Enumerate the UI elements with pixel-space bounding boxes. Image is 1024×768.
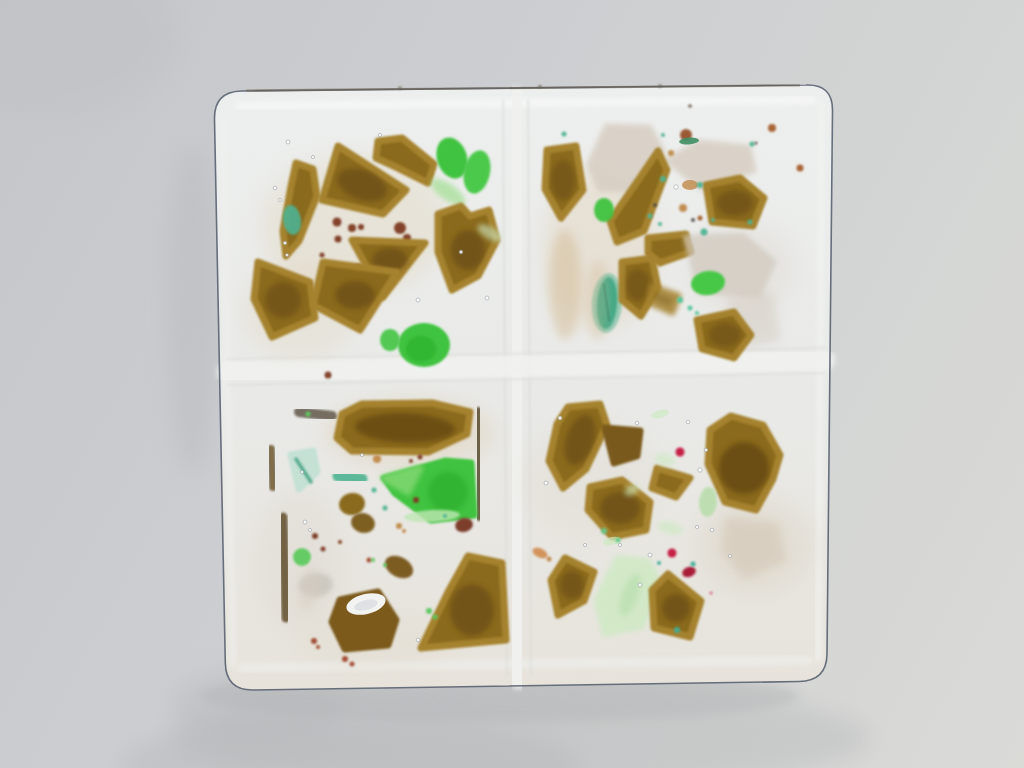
air-bubble <box>635 421 639 425</box>
inner-gloss-band <box>818 106 822 658</box>
green-speckles-bl-dot <box>371 558 375 562</box>
amber-dots-tr-dot <box>679 204 687 212</box>
air-bubble <box>311 155 314 158</box>
air-bubble <box>360 453 363 456</box>
maroon-speckles-bl-dot <box>338 540 342 544</box>
teal-dots-br-dot <box>674 627 680 633</box>
air-bubble <box>308 528 311 531</box>
brown-core-tl-left <box>265 282 301 318</box>
teal-dots-tr-dot <box>748 220 753 225</box>
air-bubble <box>648 553 652 557</box>
background-vignette-top-left <box>0 0 180 120</box>
air-bubble <box>698 468 702 472</box>
maroon-speckle-cluster-tl-dot <box>325 372 332 379</box>
green-dot-on-capsule-bl <box>306 412 311 417</box>
orange-red-speckles-bl-dot <box>350 662 355 667</box>
green-dots-br-dot <box>616 538 621 543</box>
brown-rod-bl-left1 <box>271 449 273 487</box>
rust-dots-tr-dot <box>768 124 776 132</box>
rust-dots-tr-dot <box>797 165 804 172</box>
maroon-speckles-bl-dot <box>321 547 326 552</box>
green-dots-tr-bottom-dot <box>695 311 699 315</box>
air-bubble <box>674 185 678 189</box>
fused-glass-plate-photo <box>0 0 1024 768</box>
maroon-speckles-bl-dot <box>312 533 318 539</box>
air-bubble <box>300 470 303 473</box>
brown-glass-tooth-br <box>605 428 640 463</box>
amber-speckles-bl-dot <box>373 455 381 463</box>
brown-rod-bl-right <box>478 412 479 516</box>
teal-speckles-bl-dot <box>372 488 377 493</box>
maroon-speckle-cluster-tl-dot <box>394 222 406 234</box>
teal-speckles-bl-dot <box>383 506 388 511</box>
green-dots-tr-bottom-dot <box>688 306 693 311</box>
teal-dots-tr-dot <box>648 214 653 219</box>
teal-dots-br-dot <box>691 562 696 567</box>
brown-core-tr-wedge <box>626 269 650 301</box>
amber-dots-tr-dot <box>668 150 674 156</box>
green-dot-on-capsule-bl-dot <box>306 412 311 417</box>
amber-speckles-bl-dot <box>402 529 406 533</box>
orange-red-speckles-bl-dot <box>316 645 320 649</box>
brown-core-br-bl <box>560 571 584 599</box>
air-bubble <box>459 250 463 254</box>
amber-dot-br <box>547 557 552 562</box>
dark-specks-tr-dot <box>653 203 657 207</box>
divider-ridge <box>515 98 519 678</box>
teal-dots-br-dot <box>657 561 661 565</box>
maroon-speckles-bl-dot <box>418 455 423 460</box>
brown-core-bl-big <box>450 584 494 636</box>
dark-specks-tr-dot <box>755 142 758 145</box>
teal-capsule-bl <box>338 476 362 479</box>
green-wedge-core-bl <box>428 472 468 512</box>
green-dots-br-dot <box>601 528 607 534</box>
maroon-speckles-bl-dot <box>409 459 413 463</box>
green-dots-tr-bottom-dot <box>677 297 683 303</box>
brown-core-tr-left <box>551 160 575 200</box>
air-bubble <box>285 253 288 256</box>
maroon-speckle-cluster-tl-dot <box>348 224 356 232</box>
crimson-dots-br-dot <box>668 549 677 558</box>
teal-dots-tr-dot <box>660 176 666 182</box>
air-bubble <box>710 528 714 532</box>
air-bubble <box>638 583 642 587</box>
teal-dots-tr-dot <box>697 182 703 188</box>
divider-ridge <box>228 360 824 372</box>
dark-specks-tr-dot <box>691 218 695 222</box>
teal-speckles-bl-dot <box>443 514 447 518</box>
brown-core-tr-right <box>717 190 753 216</box>
brown-core-tl-heart <box>451 230 485 270</box>
orange-red-speckles-bl-dot <box>311 638 317 644</box>
brown-core-br-wedge <box>662 594 690 622</box>
air-bubble <box>485 296 489 300</box>
teal-dots-tr-dot <box>711 218 715 222</box>
air-bubble <box>378 133 381 136</box>
air-bubble <box>416 638 420 642</box>
plate-shadow-left <box>167 145 219 475</box>
pink-dot-br-dot <box>709 591 713 595</box>
orange-red-speckles-bl-dot <box>342 656 348 662</box>
air-bubble <box>416 298 420 302</box>
green-speckles-bl-dot <box>426 608 432 614</box>
green-dot-bl-dot <box>293 548 311 566</box>
pink-dot-br <box>709 591 713 595</box>
brown-core-br-center <box>600 492 640 524</box>
rim-dirt-dots-dot <box>688 104 692 108</box>
brown-core-br-mass <box>719 442 769 494</box>
teal-dots-tr-dot <box>701 229 708 236</box>
air-bubble <box>286 140 290 144</box>
amber-dot-br-dot <box>547 557 552 562</box>
teal-dots-tr-dot <box>661 133 665 137</box>
air-bubble <box>686 420 690 424</box>
air-bubble <box>303 520 307 524</box>
green-dot-bl <box>293 548 311 566</box>
air-bubble <box>273 186 277 190</box>
air-bubble <box>278 198 281 201</box>
brown-core-tr-bottom <box>709 323 741 347</box>
green-glass-dot-tr <box>594 198 614 222</box>
air-bubble <box>544 481 548 485</box>
orange-red-speckles-bl-dot <box>367 558 372 563</box>
air-bubble <box>618 543 621 546</box>
air-bubble <box>558 416 562 420</box>
brown-core-tl-bottom <box>335 281 375 309</box>
tan-strip-tr-2 <box>586 260 610 340</box>
air-bubble <box>728 554 731 557</box>
rust-dots-tr-dot <box>698 216 703 221</box>
tan-strip-tr-1 <box>549 230 581 340</box>
green-glass-dot-tl <box>380 329 400 351</box>
air-bubble <box>704 448 708 452</box>
maroon-speckle-cluster-tl-dot <box>335 236 342 243</box>
air-bubble <box>583 543 586 546</box>
amber-blob-tr <box>682 180 698 190</box>
maroon-speckle-cluster-tl-dot <box>333 218 342 227</box>
brown-rod-bl-left2 <box>283 517 286 618</box>
air-bubble <box>283 241 287 245</box>
teal-dots-tr-dot <box>658 222 662 226</box>
green-speckles-bl-dot <box>433 615 438 620</box>
maroon-speckle-cluster-tl-dot <box>358 224 364 230</box>
photo-scene <box>0 0 1024 768</box>
crimson-dots-br-dot <box>676 448 685 457</box>
green-blob-core-tl <box>406 336 436 362</box>
green-speckles-bl-dot <box>383 563 387 567</box>
maroon-speckles-bl-dot <box>413 497 419 503</box>
maroon-speckle-cluster-tl-dot <box>320 253 325 258</box>
teal-dots-tr-dot <box>562 132 567 137</box>
amber-speckles-bl-dot <box>396 523 402 529</box>
teal-dots-tr-dot <box>750 142 755 147</box>
air-bubble <box>695 525 698 528</box>
gray-capsule-bl <box>299 412 332 416</box>
